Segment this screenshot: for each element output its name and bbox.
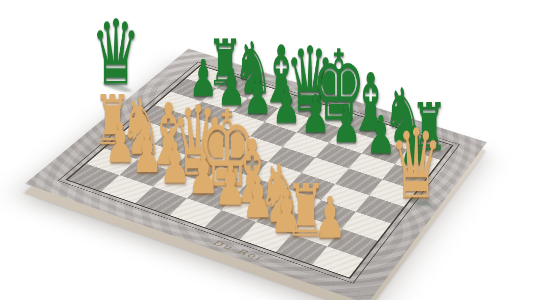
green-pawn-glyph: ♟ [301, 94, 330, 135]
green-queen-glyph: ♛ [91, 18, 141, 87]
boxwood-pawn-glyph: ♟ [132, 132, 163, 175]
boxwood-pawn-glyph: ♟ [160, 142, 191, 186]
boxwood-queen-glyph: ♛ [390, 127, 443, 202]
product-photo: Du Roi ♜♞♝♛♚♝♞♜♟♟♟♟♟♟♟♟♛♛♜♞♝♛♚♝♞♜♟♟♟♟♟♟♟… [0, 0, 533, 300]
chessboard: Du Roi ♜♞♝♛♚♝♞♜♟♟♟♟♟♟♟♟♛♛♜♞♝♛♚♝♞♜♟♟♟♟♟♟♟… [25, 49, 487, 300]
green-pawn-glyph: ♟ [332, 104, 361, 145]
boxwood-rook-glyph: ♜ [286, 183, 326, 240]
green-pawn-glyph: ♟ [272, 85, 301, 125]
